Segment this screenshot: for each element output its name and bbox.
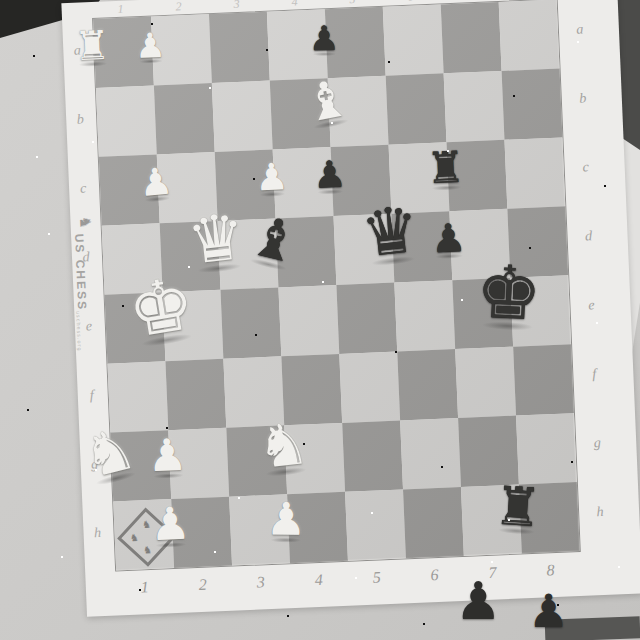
square-c8[interactable]: [504, 137, 565, 208]
square-e5[interactable]: [336, 283, 397, 354]
file-label-right-g: g: [576, 434, 619, 452]
square-h5[interactable]: [345, 489, 406, 560]
file-label-right-b: b: [561, 90, 604, 108]
piece-white-pawn-c2[interactable]: ♟: [138, 162, 175, 202]
piece-white-rook-a1[interactable]: ♜: [73, 25, 111, 66]
file-label-left-c: c: [69, 180, 98, 197]
rank-label-bottom-8: 8: [521, 560, 580, 580]
file-label-right-d: d: [567, 228, 610, 246]
square-e4[interactable]: [278, 285, 339, 356]
rank-label-bottom-1: 1: [116, 577, 175, 597]
us-chess-branding: ♞ US CHESS uschess.org: [71, 212, 104, 352]
square-g8[interactable]: [516, 413, 577, 484]
piece-white-pawn-g2[interactable]: ♟: [147, 433, 188, 479]
square-a7[interactable]: [441, 2, 502, 73]
us-chess-federation-text: US CHESS: [72, 233, 89, 311]
piece-black-queen-d6[interactable]: ♛: [358, 197, 422, 267]
piece-white-king-e2[interactable]: ♚: [123, 266, 199, 349]
file-label-right-e: e: [570, 296, 613, 314]
square-f8[interactable]: [513, 344, 574, 415]
piece-black-king-e8[interactable]: ♚: [475, 255, 544, 331]
square-b7[interactable]: [444, 71, 505, 142]
square-g5[interactable]: [342, 420, 403, 491]
us-chess-website-text: uschess.org: [75, 311, 83, 352]
square-g6[interactable]: [400, 418, 461, 489]
piece-black-pawn-c5[interactable]: ♟: [312, 156, 347, 194]
square-b2[interactable]: [154, 83, 215, 154]
square-a6[interactable]: [383, 4, 444, 75]
square-a3[interactable]: [209, 12, 270, 83]
piece-black-pawn-a5[interactable]: ♟: [309, 21, 340, 55]
rank-label-bottom-5: 5: [347, 567, 406, 587]
square-f5[interactable]: [339, 352, 400, 423]
rank-label-bottom-2: 2: [173, 575, 232, 595]
piece-black-rook-h8[interactable]: ♜: [492, 479, 543, 535]
piece-black-pawn-d7[interactable]: ♟: [430, 218, 467, 258]
square-b8[interactable]: [502, 68, 563, 139]
captured-black-pawn-2[interactable]: ♟: [528, 588, 569, 634]
square-f6[interactable]: [397, 349, 458, 420]
piece-white-pawn-a2[interactable]: ♟: [134, 28, 166, 63]
rank-label-bottom-4: 4: [289, 570, 348, 590]
square-f7[interactable]: [455, 347, 516, 418]
square-b1[interactable]: [96, 85, 157, 156]
piece-black-rook-c7[interactable]: ♜: [425, 146, 465, 191]
file-label-right-c: c: [564, 159, 607, 177]
square-h6[interactable]: [403, 487, 464, 558]
file-label-right-f: f: [573, 365, 616, 383]
file-label-left-f: f: [77, 387, 106, 404]
rank-label-bottom-3: 3: [231, 572, 290, 592]
piece-white-pawn-c4[interactable]: ♟: [254, 158, 289, 196]
piece-white-bishop-b5[interactable]: ♝: [299, 71, 354, 130]
piece-white-pawn-h4[interactable]: ♟: [266, 496, 307, 541]
us-chess-knight-icon: ♞: [77, 215, 94, 229]
file-label-right-a: a: [559, 21, 602, 39]
piece-white-knight-g4[interactable]: ♞: [254, 414, 312, 477]
piece-white-pawn-h2[interactable]: ♟: [149, 501, 191, 548]
file-label-left-h: h: [83, 525, 112, 542]
file-label-right-h: h: [579, 503, 622, 521]
square-a8[interactable]: [499, 0, 560, 71]
square-e3[interactable]: [220, 287, 281, 358]
file-label-left-b: b: [66, 111, 95, 128]
captured-black-pawn-1[interactable]: ♟: [455, 575, 502, 627]
square-b3[interactable]: [212, 81, 273, 152]
square-f2[interactable]: [165, 359, 226, 430]
square-e6[interactable]: [394, 280, 455, 351]
square-b6[interactable]: [386, 73, 447, 144]
chess-board-mat: ♞♞♞♞ aabbccddeeffgghh1122334455667788 ♞ …: [61, 0, 640, 617]
photo-scene: ♞♞♞♞ aabbccddeeffgghh1122334455667788 ♞ …: [0, 0, 640, 640]
piece-white-queen-d3[interactable]: ♛: [184, 204, 248, 274]
corner-logo-knight-icon: ♞: [129, 533, 138, 543]
